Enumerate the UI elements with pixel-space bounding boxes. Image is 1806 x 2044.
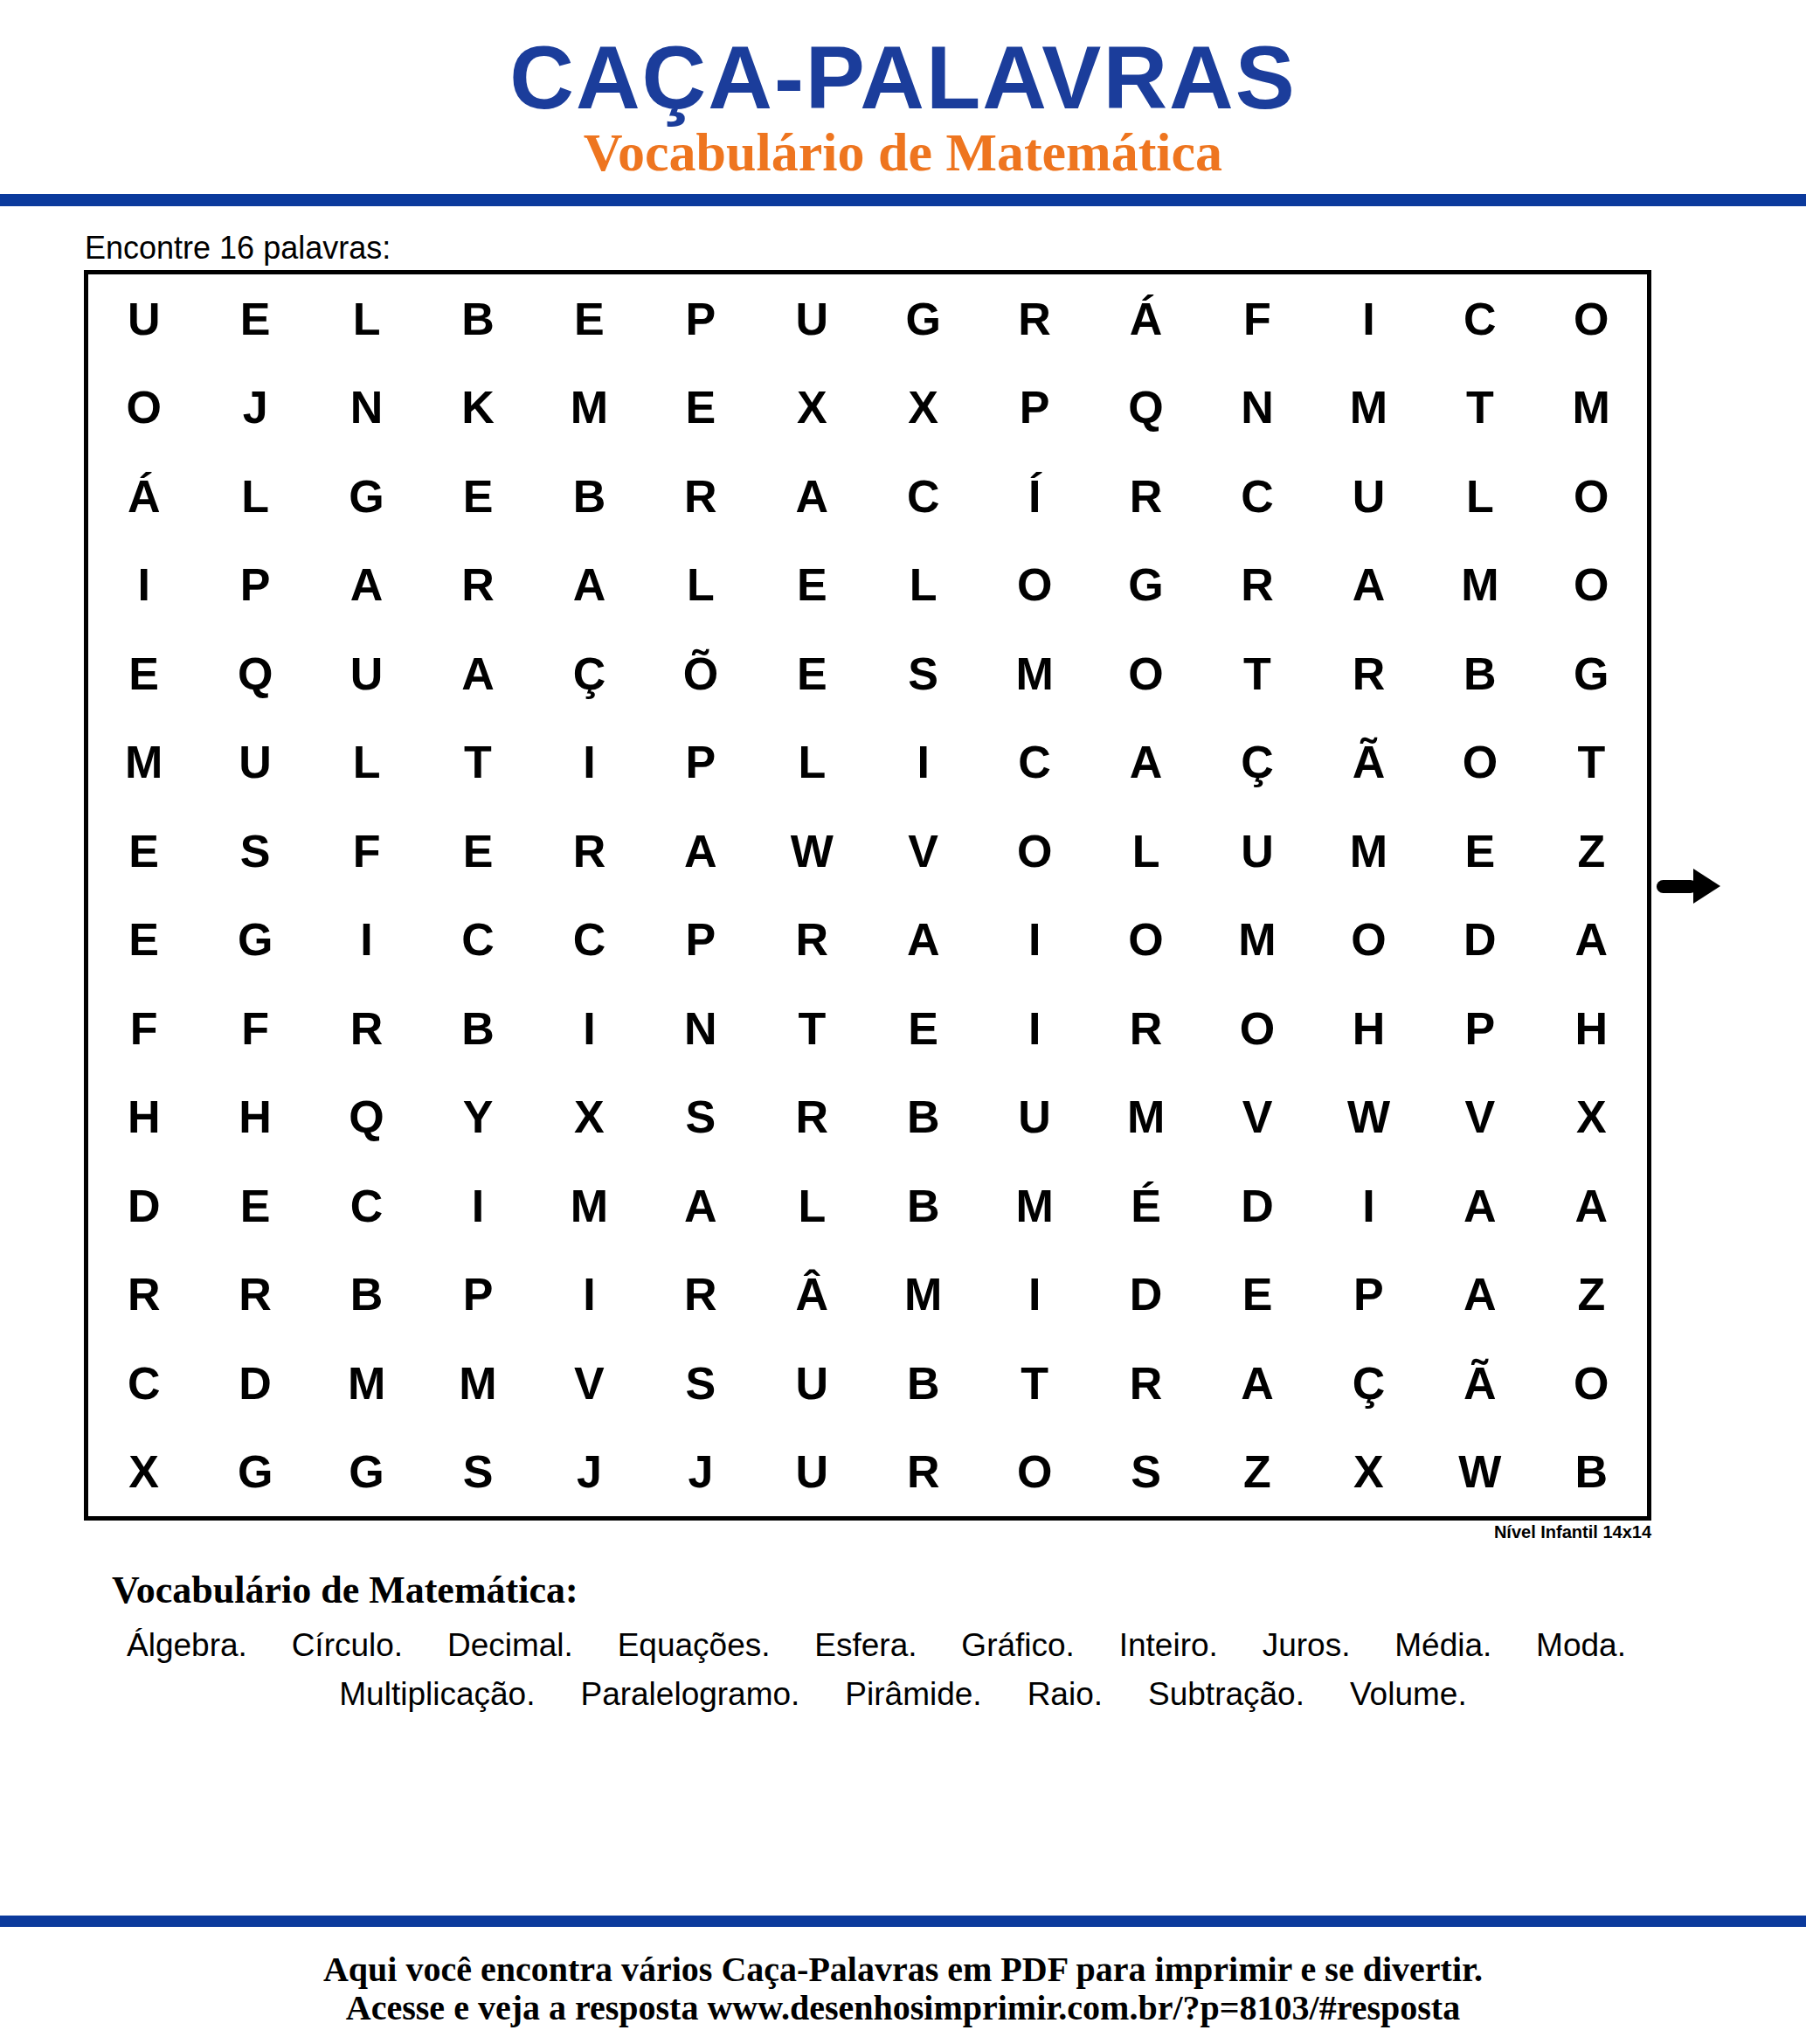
- grid-cell[interactable]: D: [88, 1161, 199, 1251]
- grid-cell[interactable]: R: [868, 1428, 979, 1517]
- grid-cell[interactable]: S: [199, 807, 310, 896]
- grid-cell[interactable]: A: [645, 1161, 756, 1251]
- grid-cell[interactable]: C: [88, 1339, 199, 1428]
- grid-cell[interactable]: Ã: [1313, 718, 1424, 807]
- grid-cell[interactable]: O: [1536, 274, 1647, 364]
- grid-cell[interactable]: T: [1424, 364, 1535, 453]
- grid-cell[interactable]: L: [757, 718, 868, 807]
- grid-cell[interactable]: P: [979, 364, 1090, 453]
- grid-cell[interactable]: E: [645, 364, 756, 453]
- grid-cell[interactable]: O: [979, 541, 1090, 630]
- grid-cell[interactable]: C: [311, 1161, 422, 1251]
- grid-cell[interactable]: O: [979, 807, 1090, 896]
- grid-cell[interactable]: Ç: [1313, 1339, 1424, 1428]
- grid-cell[interactable]: V: [868, 807, 979, 896]
- grid-cell[interactable]: E: [757, 629, 868, 718]
- grid-cell[interactable]: B: [1536, 1428, 1647, 1517]
- grid-cell[interactable]: H: [199, 1073, 310, 1162]
- grid-cell[interactable]: E: [1201, 1251, 1312, 1340]
- grid-cell[interactable]: D: [1090, 1251, 1201, 1340]
- grid-cell[interactable]: T: [1201, 629, 1312, 718]
- grid-cell[interactable]: Q: [199, 629, 310, 718]
- grid-cell[interactable]: R: [1090, 452, 1201, 541]
- grid-cell[interactable]: O: [1090, 896, 1201, 985]
- grid-cell[interactable]: B: [1424, 629, 1535, 718]
- grid-cell[interactable]: G: [868, 274, 979, 364]
- footer-divider: [0, 1916, 1806, 1927]
- grid-cell[interactable]: P: [422, 1251, 533, 1340]
- grid-cell[interactable]: R: [645, 452, 756, 541]
- grid-cell[interactable]: U: [979, 1073, 1090, 1162]
- grid-cell[interactable]: A: [534, 541, 645, 630]
- word-item: Volume.: [1350, 1678, 1467, 1710]
- grid-cell[interactable]: U: [757, 1428, 868, 1517]
- grid-cell[interactable]: G: [311, 452, 422, 541]
- grid-cell[interactable]: I: [534, 984, 645, 1073]
- word-list-line-1: Álgebra.Círculo.Decimal.Equações.Esfera.…: [127, 1629, 1626, 1661]
- grid-cell[interactable]: S: [868, 629, 979, 718]
- grid-cell[interactable]: E: [88, 807, 199, 896]
- grid-cell[interactable]: U: [1201, 807, 1312, 896]
- grid-cell[interactable]: H: [1313, 984, 1424, 1073]
- grid-cell[interactable]: L: [757, 1161, 868, 1251]
- grid-cell[interactable]: D: [199, 1339, 310, 1428]
- grid-cell[interactable]: N: [311, 364, 422, 453]
- grid-cell[interactable]: D: [1201, 1161, 1312, 1251]
- word-item: Decimal.: [447, 1629, 573, 1661]
- grid-cell[interactable]: A: [1201, 1339, 1312, 1428]
- word-item: Moda.: [1536, 1629, 1626, 1661]
- grid-cell[interactable]: M: [1313, 807, 1424, 896]
- grid-cell[interactable]: L: [645, 541, 756, 630]
- grid-cell[interactable]: Á: [1090, 274, 1201, 364]
- word-item: Álgebra.: [127, 1629, 247, 1661]
- grid-cell[interactable]: B: [868, 1339, 979, 1428]
- grid-cell[interactable]: C: [422, 896, 533, 985]
- right-arrow-icon: [1657, 869, 1721, 904]
- grid-cell[interactable]: B: [868, 1161, 979, 1251]
- grid-cell[interactable]: Á: [88, 452, 199, 541]
- word-item: Equações.: [618, 1629, 771, 1661]
- grid-cell[interactable]: O: [1536, 1339, 1647, 1428]
- grid-cell[interactable]: E: [1424, 807, 1535, 896]
- grid-cell[interactable]: L: [1090, 807, 1201, 896]
- grid-cell[interactable]: B: [422, 274, 533, 364]
- grid-cell[interactable]: C: [1201, 452, 1312, 541]
- grid-cell[interactable]: A: [1536, 896, 1647, 985]
- word-item: Média.: [1394, 1629, 1491, 1661]
- grid-cell[interactable]: I: [311, 896, 422, 985]
- right-arrow-head: [1693, 869, 1720, 904]
- grid-cell[interactable]: E: [422, 452, 533, 541]
- grid-cell[interactable]: Q: [311, 1073, 422, 1162]
- grid-cell[interactable]: V: [534, 1339, 645, 1428]
- grid-cell[interactable]: D: [1424, 896, 1535, 985]
- grid-cell[interactable]: O: [1201, 984, 1312, 1073]
- grid-cell[interactable]: E: [757, 541, 868, 630]
- grid-cell[interactable]: O: [979, 1428, 1090, 1517]
- level-label: Nível Infantil 14x14: [1494, 1523, 1651, 1541]
- grid-cell[interactable]: M: [311, 1339, 422, 1428]
- grid-cell[interactable]: Ã: [1424, 1339, 1535, 1428]
- grid-cell[interactable]: M: [979, 1161, 1090, 1251]
- grid-cell[interactable]: K: [422, 364, 533, 453]
- grid-cell[interactable]: P: [645, 274, 756, 364]
- word-item: Raio.: [1028, 1678, 1103, 1710]
- grid-cell[interactable]: S: [645, 1073, 756, 1162]
- grid-cell[interactable]: G: [199, 896, 310, 985]
- grid-cell[interactable]: C: [868, 452, 979, 541]
- grid-cell[interactable]: H: [88, 1073, 199, 1162]
- grid-cell[interactable]: A: [757, 452, 868, 541]
- grid-cell[interactable]: T: [1536, 718, 1647, 807]
- grid-cell[interactable]: L: [199, 452, 310, 541]
- grid-cell[interactable]: S: [1090, 1428, 1201, 1517]
- grid-cell[interactable]: C: [979, 718, 1090, 807]
- grid-cell[interactable]: R: [1201, 541, 1312, 630]
- grid-cell[interactable]: S: [645, 1339, 756, 1428]
- grid-cell[interactable]: B: [422, 984, 533, 1073]
- grid-cell[interactable]: E: [88, 629, 199, 718]
- grid-cell[interactable]: L: [311, 274, 422, 364]
- grid-cell[interactable]: O: [1424, 718, 1535, 807]
- grid-cell[interactable]: L: [1424, 452, 1535, 541]
- grid-cell[interactable]: T: [979, 1339, 1090, 1428]
- grid-cell[interactable]: B: [311, 1251, 422, 1340]
- grid-cell[interactable]: A: [1424, 1161, 1535, 1251]
- grid-cell[interactable]: R: [88, 1251, 199, 1340]
- grid-cell[interactable]: Z: [1536, 807, 1647, 896]
- grid-cell[interactable]: R: [1090, 984, 1201, 1073]
- instruction-text: Encontre 16 palavras:: [85, 232, 391, 264]
- grid-cell[interactable]: X: [534, 1073, 645, 1162]
- grid-cell[interactable]: I: [868, 718, 979, 807]
- grid-cell[interactable]: L: [868, 541, 979, 630]
- grid-cell[interactable]: P: [645, 718, 756, 807]
- grid-cell[interactable]: M: [979, 629, 1090, 718]
- word-list-heading: Vocabulário de Matemática:: [112, 1571, 578, 1610]
- grid-cell[interactable]: I: [1313, 1161, 1424, 1251]
- grid-cell[interactable]: J: [199, 364, 310, 453]
- grid-cell[interactable]: X: [757, 364, 868, 453]
- word-item: Pirâmide.: [845, 1678, 981, 1710]
- grid-cell[interactable]: R: [1313, 629, 1424, 718]
- grid-cell[interactable]: U: [757, 274, 868, 364]
- grid-cell[interactable]: G: [1090, 541, 1201, 630]
- grid-cell[interactable]: R: [757, 1073, 868, 1162]
- grid-cell[interactable]: P: [645, 896, 756, 985]
- grid-cell[interactable]: M: [1536, 364, 1647, 453]
- grid-cell[interactable]: U: [88, 274, 199, 364]
- grid-cell[interactable]: X: [868, 364, 979, 453]
- grid-cell[interactable]: M: [868, 1251, 979, 1340]
- grid-cell[interactable]: Ç: [534, 629, 645, 718]
- grid-cell[interactable]: R: [422, 541, 533, 630]
- word-list-line-2: Multiplicação.Paralelogramo.Pirâmide.Rai…: [0, 1678, 1806, 1710]
- grid-cell[interactable]: M: [1424, 541, 1535, 630]
- grid-cell[interactable]: M: [1313, 364, 1424, 453]
- grid-cell[interactable]: B: [534, 452, 645, 541]
- grid-cell[interactable]: C: [534, 896, 645, 985]
- grid-cell[interactable]: G: [199, 1428, 310, 1517]
- grid-cell[interactable]: I: [979, 984, 1090, 1073]
- grid-cell[interactable]: I: [979, 896, 1090, 985]
- grid-cell[interactable]: I: [422, 1161, 533, 1251]
- word-item: Multiplicação.: [339, 1678, 535, 1710]
- grid-cell[interactable]: E: [868, 984, 979, 1073]
- grid-cell[interactable]: U: [199, 718, 310, 807]
- grid-cell[interactable]: A: [1313, 541, 1424, 630]
- grid-cell[interactable]: J: [534, 1428, 645, 1517]
- grid-cell[interactable]: U: [757, 1339, 868, 1428]
- grid-cell[interactable]: P: [1313, 1251, 1424, 1340]
- grid-cell[interactable]: U: [311, 629, 422, 718]
- word-item: Juros.: [1263, 1629, 1351, 1661]
- grid-cell[interactable]: V: [1201, 1073, 1312, 1162]
- grid-cell[interactable]: N: [1201, 364, 1312, 453]
- grid-cell[interactable]: M: [1090, 1073, 1201, 1162]
- grid-cell[interactable]: W: [1313, 1073, 1424, 1162]
- grid-cell[interactable]: R: [1090, 1339, 1201, 1428]
- grid-cell[interactable]: V: [1424, 1073, 1535, 1162]
- word-item: Inteiro.: [1119, 1629, 1218, 1661]
- grid-cell[interactable]: R: [199, 1251, 310, 1340]
- grid-cell[interactable]: O: [1090, 629, 1201, 718]
- word-item: Gráfico.: [961, 1629, 1075, 1661]
- grid-cell[interactable]: I: [88, 541, 199, 630]
- grid-cell[interactable]: O: [1536, 452, 1647, 541]
- grid-cell[interactable]: L: [311, 718, 422, 807]
- grid-cell[interactable]: E: [199, 1161, 310, 1251]
- page-title: CAÇA-PALAVRAS: [0, 33, 1806, 122]
- grid-cell[interactable]: U: [1313, 452, 1424, 541]
- grid-cell[interactable]: R: [979, 274, 1090, 364]
- grid-cell[interactable]: Í: [979, 452, 1090, 541]
- grid-cell[interactable]: Ç: [1201, 718, 1312, 807]
- word-item: Paralelogramo.: [580, 1678, 799, 1710]
- grid-cell[interactable]: M: [1201, 896, 1312, 985]
- grid-cell[interactable]: P: [199, 541, 310, 630]
- grid-cell[interactable]: T: [757, 984, 868, 1073]
- word-grid[interactable]: UELBEPUGRÁFICOOJNKMEXXPQNMTMÁLGEBRACÍRCU…: [84, 270, 1651, 1521]
- grid-cell[interactable]: A: [422, 629, 533, 718]
- header-divider: [0, 194, 1806, 206]
- grid-cell[interactable]: B: [868, 1073, 979, 1162]
- footer-text-2: Acesse e veja a resposta www.desenhosimp…: [0, 1991, 1806, 2026]
- grid-cell[interactable]: G: [1536, 629, 1647, 718]
- grid-cell[interactable]: R: [311, 984, 422, 1073]
- grid-cell[interactable]: E: [199, 274, 310, 364]
- word-item: Círculo.: [292, 1629, 403, 1661]
- grid-cell[interactable]: Â: [757, 1251, 868, 1340]
- word-search-page: CAÇA-PALAVRAS Vocabulário de Matemática …: [0, 0, 1806, 2044]
- grid-cell[interactable]: W: [757, 807, 868, 896]
- grid-cell[interactable]: X: [88, 1428, 199, 1517]
- grid-cell[interactable]: I: [979, 1251, 1090, 1340]
- grid-cell[interactable]: R: [534, 807, 645, 896]
- grid-cell[interactable]: I: [1313, 274, 1424, 364]
- grid-cell[interactable]: O: [88, 364, 199, 453]
- grid-cell[interactable]: I: [534, 1251, 645, 1340]
- grid-cell[interactable]: I: [534, 718, 645, 807]
- grid-cell[interactable]: Y: [422, 1073, 533, 1162]
- grid-cell[interactable]: A: [868, 896, 979, 985]
- grid-cell[interactable]: N: [645, 984, 756, 1073]
- grid-cell[interactable]: Õ: [645, 629, 756, 718]
- grid-cell[interactable]: E: [88, 896, 199, 985]
- grid-cell[interactable]: H: [1536, 984, 1647, 1073]
- grid-cell[interactable]: C: [1424, 274, 1535, 364]
- grid-cell[interactable]: Z: [1536, 1251, 1647, 1340]
- grid-cell[interactable]: O: [1536, 541, 1647, 630]
- grid-cell[interactable]: A: [1424, 1251, 1535, 1340]
- grid-cell[interactable]: O: [1313, 896, 1424, 985]
- grid-cell[interactable]: F: [1201, 274, 1312, 364]
- grid-cell[interactable]: M: [534, 364, 645, 453]
- grid-cell[interactable]: M: [422, 1339, 533, 1428]
- grid-cell[interactable]: S: [422, 1428, 533, 1517]
- grid-cell[interactable]: M: [88, 718, 199, 807]
- grid-cell[interactable]: Q: [1090, 364, 1201, 453]
- grid-cell[interactable]: A: [1536, 1161, 1647, 1251]
- word-item: Esfera.: [814, 1629, 917, 1661]
- right-arrow-stem: [1657, 880, 1697, 893]
- grid-cell[interactable]: E: [534, 274, 645, 364]
- grid-cell[interactable]: E: [422, 807, 533, 896]
- grid-cell[interactable]: P: [1424, 984, 1535, 1073]
- grid-cell[interactable]: F: [311, 807, 422, 896]
- grid-cell[interactable]: F: [199, 984, 310, 1073]
- grid-cell[interactable]: G: [311, 1428, 422, 1517]
- grid-cell[interactable]: É: [1090, 1161, 1201, 1251]
- grid-cell[interactable]: Z: [1201, 1428, 1312, 1517]
- grid-cell[interactable]: X: [1313, 1428, 1424, 1517]
- footer-text-1: Aqui você encontra vários Caça-Palavras …: [0, 1952, 1806, 1987]
- grid-cell[interactable]: W: [1424, 1428, 1535, 1517]
- grid-cell[interactable]: T: [422, 718, 533, 807]
- grid-cell[interactable]: F: [88, 984, 199, 1073]
- grid-cell[interactable]: A: [311, 541, 422, 630]
- grid-cell[interactable]: A: [1090, 718, 1201, 807]
- word-item: Subtração.: [1148, 1678, 1304, 1710]
- page-subtitle: Vocabulário de Matemática: [0, 125, 1806, 179]
- grid-cell[interactable]: R: [645, 1251, 756, 1340]
- grid-cell[interactable]: X: [1536, 1073, 1647, 1162]
- grid-cell[interactable]: M: [534, 1161, 645, 1251]
- grid-cell[interactable]: R: [757, 896, 868, 985]
- grid-cell[interactable]: A: [645, 807, 756, 896]
- grid-cell[interactable]: J: [645, 1428, 756, 1517]
